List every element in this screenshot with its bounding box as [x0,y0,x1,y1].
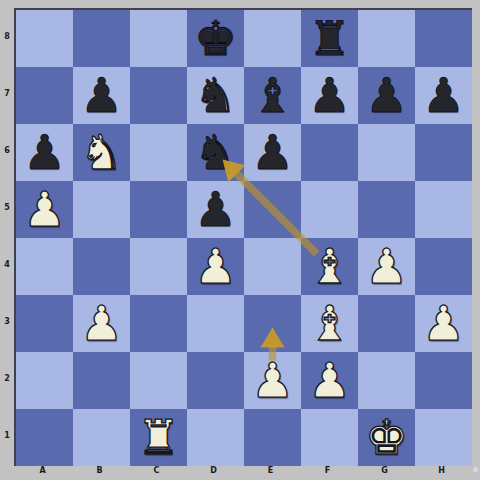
square-d6[interactable]: ♞ [187,124,244,181]
square-c8[interactable] [130,10,187,67]
square-b6[interactable]: ♞ [73,124,130,181]
board-frame: ♚♜♟♞♝♟♟♟♟♞♞♟♟♟♟♝♟♟♝♟♟♟♜♚ 87654321 ABCDEF… [0,0,480,480]
square-a8[interactable] [16,10,73,67]
square-f3[interactable]: ♝ [301,295,358,352]
file-label-E: E [242,464,299,480]
file-label-H: H [413,464,470,480]
file-label-F: F [299,464,356,480]
square-e3[interactable] [244,295,301,352]
piece-black-king[interactable]: ♚ [194,10,237,67]
piece-white-pawn[interactable]: ♟ [80,295,123,352]
piece-black-pawn[interactable]: ♟ [365,67,408,124]
rank-label-5: 5 [0,179,14,236]
piece-white-pawn[interactable]: ♟ [251,352,294,409]
square-g3[interactable] [358,295,415,352]
square-d3[interactable] [187,295,244,352]
square-e2[interactable]: ♟ [244,352,301,409]
piece-black-bishop[interactable]: ♝ [251,67,294,124]
square-b4[interactable] [73,238,130,295]
square-d4[interactable]: ♟ [187,238,244,295]
square-b3[interactable]: ♟ [73,295,130,352]
square-d7[interactable]: ♞ [187,67,244,124]
square-f5[interactable] [301,181,358,238]
piece-white-pawn[interactable]: ♟ [422,295,465,352]
file-label-A: A [14,464,71,480]
square-f7[interactable]: ♟ [301,67,358,124]
square-f1[interactable] [301,409,358,466]
square-c4[interactable] [130,238,187,295]
file-label-D: D [185,464,242,480]
square-h1[interactable] [415,409,472,466]
piece-black-pawn[interactable]: ♟ [251,124,294,181]
square-g6[interactable] [358,124,415,181]
file-label-B: B [71,464,128,480]
piece-white-bishop[interactable]: ♝ [308,238,351,295]
square-e8[interactable] [244,10,301,67]
square-c2[interactable] [130,352,187,409]
square-h6[interactable] [415,124,472,181]
piece-black-pawn[interactable]: ♟ [308,67,351,124]
square-c5[interactable] [130,181,187,238]
square-e4[interactable] [244,238,301,295]
square-h8[interactable] [415,10,472,67]
square-h5[interactable] [415,181,472,238]
square-g7[interactable]: ♟ [358,67,415,124]
square-d8[interactable]: ♚ [187,10,244,67]
piece-black-pawn[interactable]: ♟ [194,181,237,238]
square-c3[interactable] [130,295,187,352]
piece-black-knight[interactable]: ♞ [194,124,237,181]
square-h3[interactable]: ♟ [415,295,472,352]
rank-label-1: 1 [0,407,14,464]
square-b5[interactable] [73,181,130,238]
chess-app-window: { "window": { "background": "#C2C2C2" },… [0,0,480,480]
square-f6[interactable] [301,124,358,181]
piece-black-pawn[interactable]: ♟ [80,67,123,124]
file-labels: ABCDEFGH [14,464,470,480]
square-g5[interactable] [358,181,415,238]
square-d2[interactable] [187,352,244,409]
square-g2[interactable] [358,352,415,409]
chess-board: ♚♜♟♞♝♟♟♟♟♞♞♟♟♟♟♝♟♟♝♟♟♟♜♚ [14,8,472,466]
rank-label-6: 6 [0,122,14,179]
grip-dot-icon [473,467,478,472]
square-d1[interactable] [187,409,244,466]
square-b7[interactable]: ♟ [73,67,130,124]
piece-black-knight[interactable]: ♞ [194,67,237,124]
square-a3[interactable] [16,295,73,352]
square-a4[interactable] [16,238,73,295]
piece-white-bishop[interactable]: ♝ [308,295,351,352]
square-g8[interactable] [358,10,415,67]
rank-label-4: 4 [0,236,14,293]
rank-label-7: 7 [0,65,14,122]
square-b2[interactable] [73,352,130,409]
rank-labels: 87654321 [0,8,14,464]
square-f4[interactable]: ♝ [301,238,358,295]
file-label-G: G [356,464,413,480]
piece-white-knight[interactable]: ♞ [80,124,123,181]
piece-white-pawn[interactable]: ♟ [365,238,408,295]
piece-white-king[interactable]: ♚ [365,409,408,466]
square-h4[interactable] [415,238,472,295]
square-f2[interactable]: ♟ [301,352,358,409]
square-a2[interactable] [16,352,73,409]
square-c7[interactable] [130,67,187,124]
rank-label-2: 2 [0,350,14,407]
square-f8[interactable]: ♜ [301,10,358,67]
piece-black-rook[interactable]: ♜ [308,10,351,67]
square-c6[interactable] [130,124,187,181]
file-label-C: C [128,464,185,480]
square-e5[interactable] [244,181,301,238]
square-h2[interactable] [415,352,472,409]
piece-black-pawn[interactable]: ♟ [23,124,66,181]
square-d5[interactable]: ♟ [187,181,244,238]
square-b8[interactable] [73,10,130,67]
piece-white-pawn[interactable]: ♟ [23,181,66,238]
square-h7[interactable]: ♟ [415,67,472,124]
square-e1[interactable] [244,409,301,466]
square-g1[interactable]: ♚ [358,409,415,466]
square-e7[interactable]: ♝ [244,67,301,124]
piece-white-pawn[interactable]: ♟ [194,238,237,295]
square-a7[interactable] [16,67,73,124]
piece-white-pawn[interactable]: ♟ [308,352,351,409]
square-g4[interactable]: ♟ [358,238,415,295]
square-a1[interactable] [16,409,73,466]
rank-label-8: 8 [0,8,14,65]
square-a6[interactable]: ♟ [16,124,73,181]
rank-label-3: 3 [0,293,14,350]
piece-black-pawn[interactable]: ♟ [422,67,465,124]
square-e6[interactable]: ♟ [244,124,301,181]
square-b1[interactable] [73,409,130,466]
square-c1[interactable]: ♜ [130,409,187,466]
square-a5[interactable]: ♟ [16,181,73,238]
piece-white-rook[interactable]: ♜ [137,409,180,466]
